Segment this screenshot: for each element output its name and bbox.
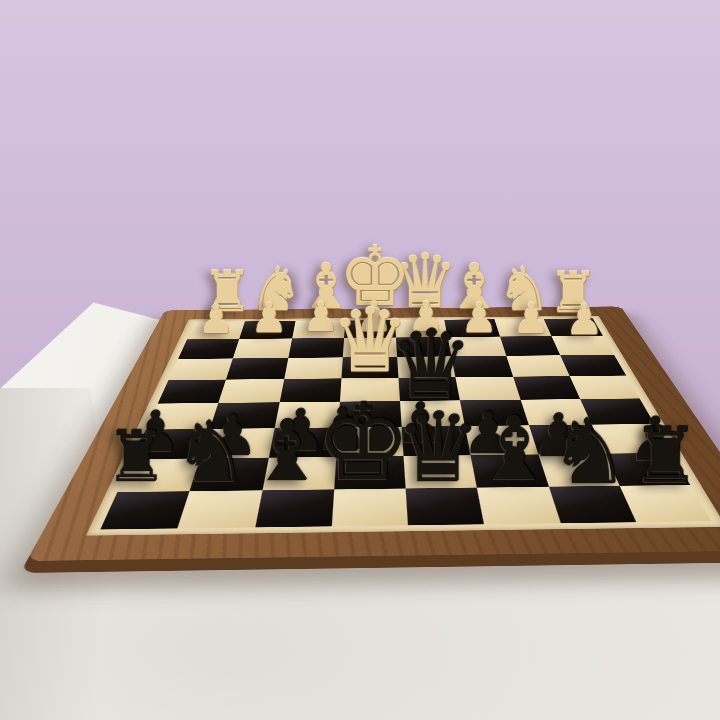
piece-black-knight-g8[interactable]: ♞ [173, 413, 248, 493]
square-a3[interactable] [560, 355, 626, 376]
piece-white-pawn-a2[interactable]: ♟ [565, 300, 603, 340]
square-b4[interactable] [513, 376, 580, 400]
scene: ♛♚♝♝♞♞♜♜♟♟♟♟♟♟♟♟♛♛♟♟♟♟♟♟♟♟♜♝♜♝♞♞♛♚ [0, 0, 720, 720]
piece-black-king-e8[interactable]: ♚ [315, 393, 410, 494]
piece-black-bishop-f8[interactable]: ♝ [249, 412, 324, 492]
piece-black-bishop-c8[interactable]: ♝ [475, 407, 554, 491]
piece-black-knight-b8[interactable]: ♞ [549, 409, 630, 495]
piece-black-rook-h8[interactable]: ♜ [105, 424, 168, 491]
piece-white-pawn-h2[interactable]: ♟ [198, 300, 234, 338]
piece-black-rook-a8[interactable]: ♜ [631, 420, 699, 492]
piece-white-pawn-b2[interactable]: ♟ [512, 299, 550, 339]
square-h3[interactable] [168, 358, 233, 380]
square-a4[interactable] [569, 375, 639, 399]
piece-white-pawn-g2[interactable]: ♟ [251, 299, 288, 338]
square-g3[interactable] [226, 358, 288, 380]
square-b3[interactable] [506, 355, 570, 376]
